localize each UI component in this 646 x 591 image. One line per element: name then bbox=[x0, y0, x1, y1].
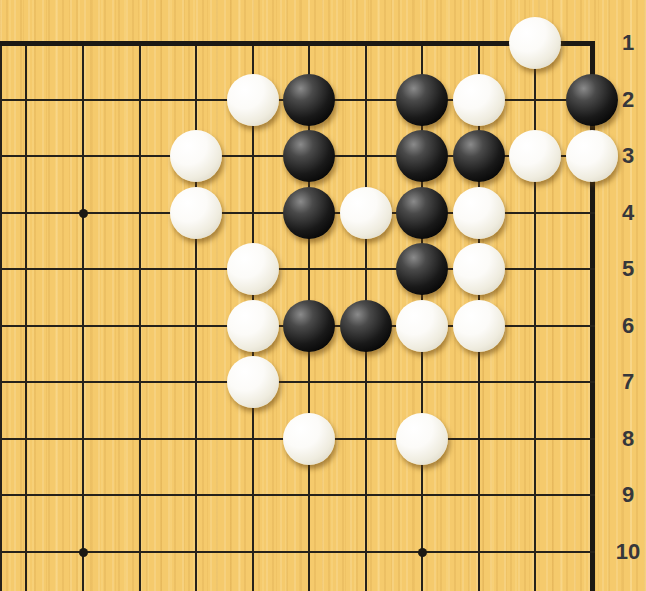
row-label-7: 7 bbox=[622, 369, 634, 395]
stone-black[interactable] bbox=[283, 187, 335, 239]
stone-white[interactable] bbox=[453, 74, 505, 126]
row-label-4: 4 bbox=[622, 200, 634, 226]
row-label-8: 8 bbox=[622, 426, 634, 452]
stone-black[interactable] bbox=[396, 74, 448, 126]
stone-white[interactable] bbox=[509, 130, 561, 182]
grid-line-horizontal bbox=[0, 268, 595, 270]
star-point bbox=[418, 548, 427, 557]
grid-line-vertical bbox=[139, 41, 141, 591]
goban-screenshot: 12345678910 bbox=[0, 0, 646, 591]
grid-line-vertical bbox=[534, 41, 536, 591]
stone-white[interactable] bbox=[453, 243, 505, 295]
stone-white[interactable] bbox=[509, 17, 561, 69]
stone-white[interactable] bbox=[227, 243, 279, 295]
grid-line-horizontal bbox=[0, 494, 595, 496]
stone-black[interactable] bbox=[396, 187, 448, 239]
stone-white[interactable] bbox=[227, 74, 279, 126]
stone-black[interactable] bbox=[340, 300, 392, 352]
row-label-5: 5 bbox=[622, 256, 634, 282]
grid-line-horizontal bbox=[0, 381, 595, 383]
stone-white[interactable] bbox=[340, 187, 392, 239]
stone-white[interactable] bbox=[227, 356, 279, 408]
stone-black[interactable] bbox=[396, 243, 448, 295]
row-label-9: 9 bbox=[622, 482, 634, 508]
stone-white[interactable] bbox=[170, 187, 222, 239]
row-label-3: 3 bbox=[622, 143, 634, 169]
grid-line-horizontal bbox=[0, 551, 595, 553]
stone-black[interactable] bbox=[396, 130, 448, 182]
stone-white[interactable] bbox=[396, 300, 448, 352]
stone-white[interactable] bbox=[453, 187, 505, 239]
stone-black[interactable] bbox=[283, 300, 335, 352]
stone-black[interactable] bbox=[566, 74, 618, 126]
stone-white[interactable] bbox=[566, 130, 618, 182]
row-label-10: 10 bbox=[616, 539, 640, 565]
stone-white[interactable] bbox=[227, 300, 279, 352]
row-label-6: 6 bbox=[622, 313, 634, 339]
star-point bbox=[79, 548, 88, 557]
grid-line-vertical bbox=[25, 41, 27, 591]
stone-white[interactable] bbox=[453, 300, 505, 352]
star-point bbox=[79, 209, 88, 218]
grid-line-vertical-cropped bbox=[0, 41, 2, 591]
stone-black[interactable] bbox=[453, 130, 505, 182]
stone-black[interactable] bbox=[283, 74, 335, 126]
stone-white[interactable] bbox=[396, 413, 448, 465]
grid-line-vertical bbox=[195, 41, 197, 591]
row-label-2: 2 bbox=[622, 87, 634, 113]
stone-white[interactable] bbox=[283, 413, 335, 465]
stone-white[interactable] bbox=[170, 130, 222, 182]
row-label-1: 1 bbox=[622, 30, 634, 56]
grid-line-vertical bbox=[82, 41, 84, 591]
stone-black[interactable] bbox=[283, 130, 335, 182]
board-top-edge bbox=[0, 41, 595, 46]
